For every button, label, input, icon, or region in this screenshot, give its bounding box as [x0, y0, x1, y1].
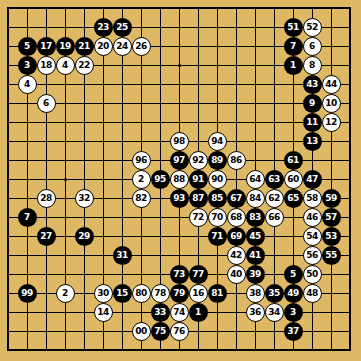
stone-black-71[interactable]: 71 [208, 227, 227, 246]
stone-white-30[interactable]: 30 [94, 284, 113, 303]
stone-black-87[interactable]: 87 [189, 189, 208, 208]
stone-move-number: 76 [173, 326, 185, 335]
stone-move-number: 24 [116, 41, 128, 50]
stone-move-number: 65 [287, 193, 299, 202]
stone-white-00[interactable]: 00 [132, 322, 151, 341]
stone-white-56[interactable]: 56 [303, 246, 322, 265]
stone-black-99[interactable]: 99 [18, 284, 37, 303]
stone-move-number: 88 [173, 174, 185, 183]
stone-move-number: 20 [97, 41, 109, 50]
stone-black-23[interactable]: 23 [94, 18, 113, 37]
stone-white-2[interactable]: 2 [56, 284, 75, 303]
stone-white-2[interactable]: 2 [132, 170, 151, 189]
stone-move-number: 61 [287, 155, 299, 164]
stone-move-number: 5 [24, 41, 30, 50]
stone-move-number: 84 [249, 193, 261, 202]
stone-white-6[interactable]: 6 [37, 94, 56, 113]
stone-black-35[interactable]: 35 [265, 284, 284, 303]
stone-black-29[interactable]: 29 [75, 227, 94, 246]
stone-white-4[interactable]: 4 [18, 75, 37, 94]
stone-black-57[interactable]: 57 [322, 208, 341, 227]
stone-move-number: 99 [21, 288, 33, 297]
stone-move-number: 10 [325, 98, 337, 107]
stone-black-67[interactable]: 67 [227, 189, 246, 208]
stone-black-7[interactable]: 7 [284, 37, 303, 56]
stone-black-79[interactable]: 79 [170, 284, 189, 303]
stone-black-37[interactable]: 37 [284, 322, 303, 341]
stone-move-number: 89 [211, 155, 223, 164]
stone-white-84[interactable]: 84 [246, 189, 265, 208]
stone-move-number: 7 [24, 212, 30, 221]
stone-move-number: 41 [249, 250, 261, 259]
stone-black-17[interactable]: 17 [37, 37, 56, 56]
stone-white-66[interactable]: 66 [265, 208, 284, 227]
stone-black-75[interactable]: 75 [151, 322, 170, 341]
stone-move-number: 75 [154, 326, 166, 335]
stone-move-number: 83 [249, 212, 261, 221]
stone-white-38[interactable]: 38 [246, 284, 265, 303]
stone-white-70[interactable]: 70 [208, 208, 227, 227]
stone-move-number: 9 [309, 98, 315, 107]
stone-white-40[interactable]: 40 [227, 265, 246, 284]
stone-black-1[interactable]: 1 [284, 56, 303, 75]
stone-move-number: 8 [309, 60, 315, 69]
stone-white-82[interactable]: 82 [132, 189, 151, 208]
stone-black-91[interactable]: 91 [189, 170, 208, 189]
stone-white-62[interactable]: 62 [265, 189, 284, 208]
stone-white-94[interactable]: 94 [208, 132, 227, 151]
stone-white-52[interactable]: 52 [303, 18, 322, 37]
stone-move-number: 96 [135, 155, 147, 164]
stone-move-number: 40 [230, 269, 242, 278]
stone-black-45[interactable]: 45 [246, 227, 265, 246]
stone-black-83[interactable]: 83 [246, 208, 265, 227]
stone-move-number: 38 [249, 288, 261, 297]
stone-move-number: 71 [211, 231, 223, 240]
stone-move-number: 74 [173, 307, 185, 316]
stone-move-number: 1 [195, 307, 201, 316]
grid-line-vertical [331, 8, 332, 351]
stone-black-73[interactable]: 73 [170, 265, 189, 284]
grid-line-vertical [236, 8, 237, 351]
stone-move-number: 14 [97, 307, 109, 316]
stone-move-number: 37 [287, 326, 299, 335]
stone-black-3[interactable]: 3 [18, 56, 37, 75]
stone-move-number: 46 [306, 212, 318, 221]
stone-move-number: 27 [40, 231, 52, 240]
grid-line-horizontal [8, 217, 351, 218]
stone-move-number: 13 [306, 136, 318, 145]
stone-move-number: 32 [78, 193, 90, 202]
stone-black-47[interactable]: 47 [303, 170, 322, 189]
stone-black-89[interactable]: 89 [208, 151, 227, 170]
stone-white-80[interactable]: 80 [132, 284, 151, 303]
stone-move-number: 18 [40, 60, 52, 69]
stone-black-5[interactable]: 5 [18, 37, 37, 56]
stone-move-number: 48 [306, 288, 318, 297]
stone-move-number: 54 [306, 231, 318, 240]
stone-move-number: 4 [62, 60, 68, 69]
stone-move-number: 53 [325, 231, 337, 240]
stone-black-19[interactable]: 19 [56, 37, 75, 56]
stone-move-number: 80 [135, 288, 147, 297]
stone-black-59[interactable]: 59 [322, 189, 341, 208]
stone-move-number: 49 [287, 288, 299, 297]
stone-move-number: 91 [192, 174, 204, 183]
stone-move-number: 33 [154, 307, 166, 316]
grid-line-horizontal [8, 236, 351, 237]
stone-white-74[interactable]: 74 [170, 303, 189, 322]
stone-move-number: 17 [40, 41, 52, 50]
stone-white-54[interactable]: 54 [303, 227, 322, 246]
stone-white-36[interactable]: 36 [246, 303, 265, 322]
stone-black-69[interactable]: 69 [227, 227, 246, 246]
star-point [64, 178, 67, 181]
stone-move-number: 58 [306, 193, 318, 202]
stone-move-number: 7 [290, 41, 296, 50]
stone-move-number: 68 [230, 212, 242, 221]
stone-move-number: 36 [249, 307, 261, 316]
stone-move-number: 94 [211, 136, 223, 145]
stone-white-34[interactable]: 34 [265, 303, 284, 322]
stone-white-58[interactable]: 58 [303, 189, 322, 208]
stone-white-88[interactable]: 88 [170, 170, 189, 189]
stone-black-95[interactable]: 95 [151, 170, 170, 189]
stone-move-number: 92 [192, 155, 204, 164]
stone-move-number: 11 [306, 117, 318, 126]
stone-move-number: 22 [78, 60, 90, 69]
stone-black-49[interactable]: 49 [284, 284, 303, 303]
stone-white-10[interactable]: 10 [322, 94, 341, 113]
stone-black-13[interactable]: 13 [303, 132, 322, 151]
stone-black-25[interactable]: 25 [113, 18, 132, 37]
stone-move-number: 60 [287, 174, 299, 183]
stone-white-44[interactable]: 44 [322, 75, 341, 94]
stone-move-number: 1 [290, 60, 296, 69]
stone-move-number: 21 [78, 41, 90, 50]
stone-white-8[interactable]: 8 [303, 56, 322, 75]
stone-black-1[interactable]: 1 [189, 303, 208, 322]
stone-white-48[interactable]: 48 [303, 284, 322, 303]
stone-black-3[interactable]: 3 [284, 303, 303, 322]
stone-move-number: 2 [62, 288, 68, 297]
stone-black-39[interactable]: 39 [246, 265, 265, 284]
stone-white-86[interactable]: 86 [227, 151, 246, 170]
stone-black-31[interactable]: 31 [113, 246, 132, 265]
stone-move-number: 47 [306, 174, 318, 183]
stone-move-number: 00 [135, 326, 147, 335]
stone-black-97[interactable]: 97 [170, 151, 189, 170]
stone-black-65[interactable]: 65 [284, 189, 303, 208]
stone-white-24[interactable]: 24 [113, 37, 132, 56]
stone-black-93[interactable]: 93 [170, 189, 189, 208]
stone-white-32[interactable]: 32 [75, 189, 94, 208]
stone-black-51[interactable]: 51 [284, 18, 303, 37]
stone-white-98[interactable]: 98 [170, 132, 189, 151]
stone-move-number: 72 [192, 212, 204, 221]
stone-move-number: 64 [249, 174, 261, 183]
stone-black-41[interactable]: 41 [246, 246, 265, 265]
stone-black-27[interactable]: 27 [37, 227, 56, 246]
stone-black-43[interactable]: 43 [303, 75, 322, 94]
stone-move-number: 51 [287, 22, 299, 31]
grid-line-horizontal [8, 255, 351, 256]
stone-move-number: 85 [211, 193, 223, 202]
stone-move-number: 15 [116, 288, 128, 297]
stone-black-21[interactable]: 21 [75, 37, 94, 56]
stone-move-number: 97 [173, 155, 185, 164]
stone-move-number: 52 [306, 22, 318, 31]
stone-white-42[interactable]: 42 [227, 246, 246, 265]
stone-move-number: 43 [306, 79, 318, 88]
stone-move-number: 35 [268, 288, 280, 297]
stone-move-number: 3 [24, 60, 30, 69]
stone-black-33[interactable]: 33 [151, 303, 170, 322]
stone-move-number: 30 [97, 288, 109, 297]
stone-white-72[interactable]: 72 [189, 208, 208, 227]
stone-black-15[interactable]: 15 [113, 284, 132, 303]
stone-move-number: 77 [192, 269, 204, 278]
stone-move-number: 81 [211, 288, 223, 297]
stone-move-number: 66 [268, 212, 280, 221]
stone-white-78[interactable]: 78 [151, 284, 170, 303]
stone-move-number: 16 [192, 288, 204, 297]
stone-black-11[interactable]: 11 [303, 113, 322, 132]
stone-move-number: 57 [325, 212, 337, 221]
stone-white-6[interactable]: 6 [303, 37, 322, 56]
stone-black-53[interactable]: 53 [322, 227, 341, 246]
stone-move-number: 42 [230, 250, 242, 259]
stone-white-22[interactable]: 22 [75, 56, 94, 75]
stone-move-number: 59 [325, 193, 337, 202]
stone-move-number: 5 [290, 269, 296, 278]
stone-white-12[interactable]: 12 [322, 113, 341, 132]
stone-white-18[interactable]: 18 [37, 56, 56, 75]
stone-move-number: 87 [192, 193, 204, 202]
stone-white-20[interactable]: 20 [94, 37, 113, 56]
stone-move-number: 70 [211, 212, 223, 221]
stone-move-number: 98 [173, 136, 185, 145]
stone-white-60[interactable]: 60 [284, 170, 303, 189]
stone-white-26[interactable]: 26 [132, 37, 151, 56]
stone-move-number: 69 [230, 231, 242, 240]
stone-move-number: 31 [116, 250, 128, 259]
stone-move-number: 23 [97, 22, 109, 31]
stone-black-63[interactable]: 63 [265, 170, 284, 189]
stone-move-number: 26 [135, 41, 147, 50]
stone-white-96[interactable]: 96 [132, 151, 151, 170]
stone-white-4[interactable]: 4 [56, 56, 75, 75]
stone-move-number: 82 [135, 193, 147, 202]
stone-white-76[interactable]: 76 [170, 322, 189, 341]
stone-move-number: 95 [154, 174, 166, 183]
stone-move-number: 55 [325, 250, 337, 259]
stone-white-28[interactable]: 28 [37, 189, 56, 208]
stone-move-number: 93 [173, 193, 185, 202]
stone-black-7[interactable]: 7 [18, 208, 37, 227]
stone-white-64[interactable]: 64 [246, 170, 265, 189]
stone-move-number: 67 [230, 193, 242, 202]
stone-black-55[interactable]: 55 [322, 246, 341, 265]
stone-black-81[interactable]: 81 [208, 284, 227, 303]
stone-move-number: 12 [325, 117, 337, 126]
stone-move-number: 62 [268, 193, 280, 202]
stone-white-90[interactable]: 90 [208, 170, 227, 189]
stone-white-14[interactable]: 14 [94, 303, 113, 322]
stone-move-number: 34 [268, 307, 280, 316]
stone-black-77[interactable]: 77 [189, 265, 208, 284]
stone-black-9[interactable]: 9 [303, 94, 322, 113]
stone-white-92[interactable]: 92 [189, 151, 208, 170]
stone-move-number: 63 [268, 174, 280, 183]
stone-move-number: 56 [306, 250, 318, 259]
stone-black-61[interactable]: 61 [284, 151, 303, 170]
go-board[interactable]: 5171921232535171439111361634765595753559… [0, 0, 361, 361]
stone-black-85[interactable]: 85 [208, 189, 227, 208]
stone-move-number: 44 [325, 79, 337, 88]
stone-black-5[interactable]: 5 [284, 265, 303, 284]
stone-move-number: 39 [249, 269, 261, 278]
stone-move-number: 79 [173, 288, 185, 297]
stone-move-number: 78 [154, 288, 166, 297]
stone-move-number: 86 [230, 155, 242, 164]
stone-white-50[interactable]: 50 [303, 265, 322, 284]
stone-move-number: 25 [116, 22, 128, 31]
stone-move-number: 29 [78, 231, 90, 240]
stone-move-number: 28 [40, 193, 52, 202]
stone-move-number: 6 [43, 98, 49, 107]
stone-move-number: 45 [249, 231, 261, 240]
stone-white-16[interactable]: 16 [189, 284, 208, 303]
stone-move-number: 3 [290, 307, 296, 316]
stone-move-number: 73 [173, 269, 185, 278]
stone-move-number: 50 [306, 269, 318, 278]
stone-white-46[interactable]: 46 [303, 208, 322, 227]
stone-move-number: 4 [24, 79, 30, 88]
stone-white-68[interactable]: 68 [227, 208, 246, 227]
stone-move-number: 19 [59, 41, 71, 50]
star-point [178, 64, 181, 67]
stone-move-number: 2 [138, 174, 144, 183]
stone-move-number: 6 [309, 41, 315, 50]
stone-move-number: 90 [211, 174, 223, 183]
